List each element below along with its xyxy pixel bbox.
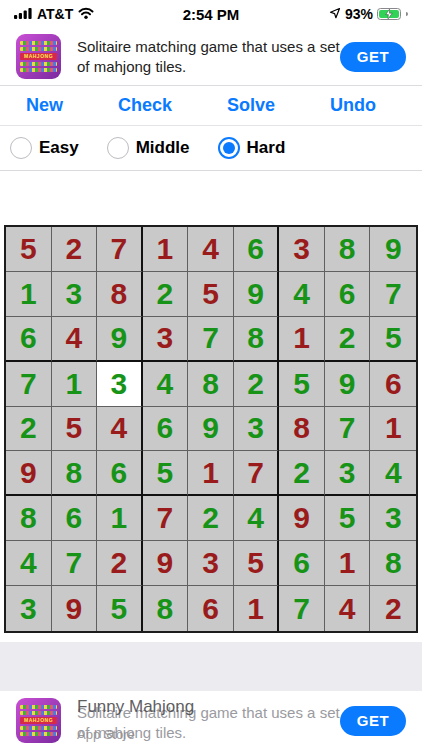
sudoku-cell-r3c7[interactable]: 1 [279, 317, 325, 362]
sudoku-cell-r1c6[interactable]: 6 [234, 227, 280, 272]
sudoku-cell-r1c1[interactable]: 5 [6, 227, 52, 272]
sudoku-cell-r5c2[interactable]: 5 [52, 407, 98, 452]
radio-circle-hard [218, 137, 240, 159]
sudoku-cell-r5c8[interactable]: 7 [325, 407, 371, 452]
bottom-ad-subtitle: App Store [77, 727, 135, 742]
sudoku-cell-r1c9[interactable]: 9 [370, 227, 416, 272]
sudoku-cell-r4c3[interactable]: 3 [97, 362, 143, 407]
sudoku-cell-r8c8[interactable]: 1 [325, 541, 371, 586]
sudoku-cell-r7c4[interactable]: 7 [143, 496, 189, 541]
sudoku-cell-r3c4[interactable]: 3 [143, 317, 189, 362]
sudoku-cell-r5c9[interactable]: 1 [370, 407, 416, 452]
sudoku-cell-r8c2[interactable]: 7 [52, 541, 98, 586]
sudoku-cell-r7c5[interactable]: 2 [188, 496, 234, 541]
status-bar: AT&T 2:54 PM 93% [0, 0, 422, 28]
get-button-bottom[interactable]: GET [340, 706, 406, 736]
sudoku-cell-r6c4[interactable]: 5 [143, 451, 189, 496]
sudoku-cell-r6c9[interactable]: 4 [370, 451, 416, 496]
sudoku-cell-r2c6[interactable]: 9 [234, 272, 280, 317]
sudoku-cell-r1c5[interactable]: 4 [188, 227, 234, 272]
sudoku-cell-r8c1[interactable]: 4 [6, 541, 52, 586]
sudoku-cell-r9c4[interactable]: 8 [143, 586, 189, 631]
sudoku-cell-r3c6[interactable]: 8 [234, 317, 280, 362]
sudoku-cell-r5c1[interactable]: 2 [6, 407, 52, 452]
mahjong-app-icon[interactable]: MAHJONG [16, 34, 61, 79]
sudoku-cell-r1c8[interactable]: 8 [325, 227, 371, 272]
ad-description-line2: of mahjong tiles. [77, 57, 340, 77]
sudoku-cell-r1c2[interactable]: 2 [52, 227, 98, 272]
sudoku-cell-r9c8[interactable]: 4 [325, 586, 371, 631]
sudoku-cell-r3c1[interactable]: 6 [6, 317, 52, 362]
sudoku-cell-r7c3[interactable]: 1 [97, 496, 143, 541]
bottom-ad-banner[interactable]: MAHJONG Solitaire matching game that use… [0, 691, 422, 750]
sudoku-cell-r4c7[interactable]: 5 [279, 362, 325, 407]
sudoku-cell-r9c5[interactable]: 6 [188, 586, 234, 631]
sudoku-cell-r4c4[interactable]: 4 [143, 362, 189, 407]
sudoku-cell-r9c3[interactable]: 5 [97, 586, 143, 631]
sudoku-cell-r2c3[interactable]: 8 [97, 272, 143, 317]
radio-option-easy[interactable]: Easy [10, 137, 79, 159]
sudoku-cell-r6c5[interactable]: 1 [188, 451, 234, 496]
bottom-ad-text: Solitaire matching game that uses a set … [77, 697, 327, 745]
radio-circle-middle [107, 137, 129, 159]
radio-option-hard[interactable]: Hard [218, 137, 286, 159]
sudoku-cell-r1c3[interactable]: 7 [97, 227, 143, 272]
sudoku-cell-r3c9[interactable]: 5 [370, 317, 416, 362]
sudoku-cell-r5c7[interactable]: 8 [279, 407, 325, 452]
sudoku-cell-r7c6[interactable]: 4 [234, 496, 280, 541]
radio-circle-easy [10, 137, 32, 159]
radio-label-hard: Hard [247, 138, 286, 158]
sudoku-cell-r2c2[interactable]: 3 [52, 272, 98, 317]
sudoku-cell-r4c2[interactable]: 1 [52, 362, 98, 407]
sudoku-cell-r4c1[interactable]: 7 [6, 362, 52, 407]
sudoku-cell-r4c9[interactable]: 6 [370, 362, 416, 407]
radio-label-middle: Middle [136, 138, 190, 158]
sudoku-cell-r5c6[interactable]: 3 [234, 407, 280, 452]
sudoku-cell-r9c1[interactable]: 3 [6, 586, 52, 631]
sudoku-cell-r5c4[interactable]: 6 [143, 407, 189, 452]
battery-nub [406, 12, 408, 16]
radio-option-middle[interactable]: Middle [107, 137, 190, 159]
sudoku-cell-r9c7[interactable]: 7 [279, 586, 325, 631]
sudoku-cell-r6c6[interactable]: 7 [234, 451, 280, 496]
sudoku-cell-r5c3[interactable]: 4 [97, 407, 143, 452]
menu-item-new[interactable]: New [26, 95, 63, 116]
menu-item-undo[interactable]: Undo [330, 95, 376, 116]
spacer [0, 171, 422, 225]
sudoku-cell-r7c1[interactable]: 8 [6, 496, 52, 541]
sudoku-cell-r6c8[interactable]: 3 [325, 451, 371, 496]
sudoku-cell-r2c4[interactable]: 2 [143, 272, 189, 317]
sudoku-cell-r9c9[interactable]: 2 [370, 586, 416, 631]
sudoku-cell-r4c6[interactable]: 2 [234, 362, 280, 407]
sudoku-cell-r2c8[interactable]: 6 [325, 272, 371, 317]
sudoku-cell-r5c5[interactable]: 9 [188, 407, 234, 452]
sudoku-cell-r7c8[interactable]: 5 [325, 496, 371, 541]
battery-percent-label: 93% [345, 6, 373, 22]
sudoku-grid: 5271463891382594676493781257134825962546… [4, 225, 418, 633]
sudoku-cell-r1c4[interactable]: 1 [143, 227, 189, 272]
sudoku-cell-r6c2[interactable]: 8 [52, 451, 98, 496]
sudoku-cell-r6c1[interactable]: 9 [6, 451, 52, 496]
sudoku-cell-r8c5[interactable]: 3 [188, 541, 234, 586]
battery-charging-icon [377, 8, 401, 20]
bottom-ad-title: Funny Mahjong [77, 697, 194, 717]
sudoku-board-area: 5271463891382594676493781257134825962546… [4, 225, 418, 633]
background-band [0, 642, 422, 691]
radio-label-easy: Easy [39, 138, 79, 158]
sudoku-cell-r8c9[interactable]: 8 [370, 541, 416, 586]
difficulty-selector: Easy Middle Hard [0, 126, 422, 171]
menu-item-solve[interactable]: Solve [227, 95, 275, 116]
mahjong-app-icon-bottom[interactable]: MAHJONG [16, 698, 61, 743]
mahjong-icon-label-bottom: MAHJONG [20, 717, 57, 724]
sudoku-cell-r3c3[interactable]: 9 [97, 317, 143, 362]
location-arrow-icon [329, 5, 341, 23]
sudoku-cell-r6c7[interactable]: 2 [279, 451, 325, 496]
ad-description-line1: Solitaire matching game that uses a set [77, 37, 340, 57]
sudoku-cell-r8c7[interactable]: 6 [279, 541, 325, 586]
sudoku-cell-r3c2[interactable]: 4 [52, 317, 98, 362]
sudoku-cell-r2c7[interactable]: 4 [279, 272, 325, 317]
sudoku-cell-r3c5[interactable]: 7 [188, 317, 234, 362]
get-button-top[interactable]: GET [340, 42, 406, 72]
spacer-below-grid [0, 633, 422, 642]
sudoku-cell-r8c4[interactable]: 9 [143, 541, 189, 586]
sudoku-cell-r7c9[interactable]: 3 [370, 496, 416, 541]
sudoku-cell-r9c6[interactable]: 1 [234, 586, 280, 631]
menu-item-check[interactable]: Check [118, 95, 172, 116]
ad-description: Solitaire matching game that uses a set … [77, 37, 340, 77]
sudoku-cell-r4c5[interactable]: 8 [188, 362, 234, 407]
sudoku-cell-r4c8[interactable]: 9 [325, 362, 371, 407]
sudoku-cell-r7c2[interactable]: 6 [52, 496, 98, 541]
sudoku-cell-r8c6[interactable]: 5 [234, 541, 280, 586]
sudoku-cell-r8c3[interactable]: 2 [97, 541, 143, 586]
sudoku-cell-r2c1[interactable]: 1 [6, 272, 52, 317]
sudoku-cell-r9c2[interactable]: 9 [52, 586, 98, 631]
sudoku-cell-r6c3[interactable]: 6 [97, 451, 143, 496]
sudoku-cell-r1c7[interactable]: 3 [279, 227, 325, 272]
menu-bar: New Check Solve Undo [0, 86, 422, 126]
mahjong-icon-label: MAHJONG [20, 53, 57, 60]
sudoku-cell-r2c9[interactable]: 7 [370, 272, 416, 317]
top-ad-banner[interactable]: MAHJONG Solitaire matching game that use… [0, 28, 422, 86]
sudoku-cell-r2c5[interactable]: 5 [188, 272, 234, 317]
sudoku-cell-r3c8[interactable]: 2 [325, 317, 371, 362]
sudoku-cell-r7c7[interactable]: 9 [279, 496, 325, 541]
